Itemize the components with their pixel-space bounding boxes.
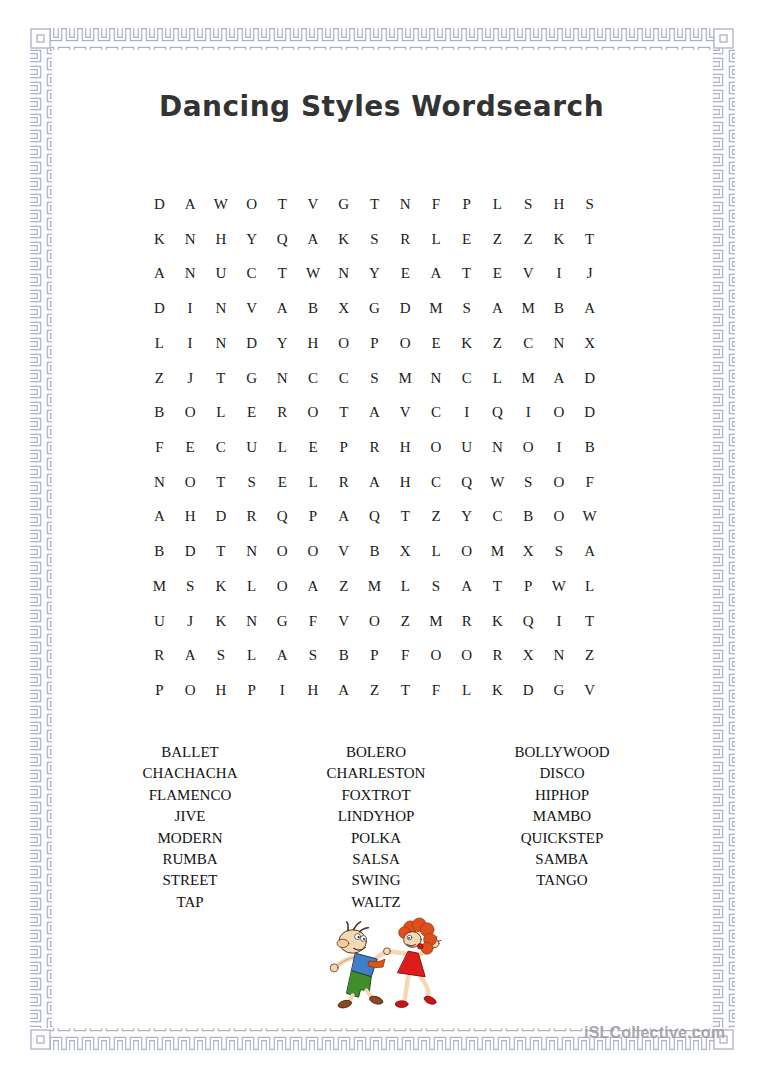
grid-cell-r10c9: T (390, 500, 421, 535)
grid-cell-r10c10: Z (421, 500, 452, 535)
grid-cell-r1c8: T (359, 187, 390, 222)
grid-cell-r8c3: C (205, 430, 236, 465)
grid-cell-r4c10: M (421, 291, 452, 326)
grid-cell-r7c5: R (267, 395, 298, 430)
grid-cell-r2c5: Q (267, 222, 298, 257)
grid-cell-r7c12: Q (482, 395, 513, 430)
grid-cell-r14c10: O (421, 639, 452, 674)
grid-cell-r15c2: O (175, 673, 206, 708)
grid-cell-r9c7: R (328, 465, 359, 500)
grid-cell-r6c6: C (298, 361, 329, 396)
word-item: JIVE (100, 806, 280, 827)
grid-cell-r12c11: A (451, 569, 482, 604)
word-item: BALLET (100, 742, 280, 763)
grid-cell-r9c13: S (513, 465, 544, 500)
grid-cell-r4c8: G (359, 291, 390, 326)
grid-cell-r2c4: Y (236, 222, 267, 257)
grid-cell-r6c13: M (513, 361, 544, 396)
word-list-column-3: BOLLYWOODDISCOHIPHOPMAMBOQUICKSTEPSAMBAT… (472, 742, 652, 892)
grid-cell-r8c12: N (482, 430, 513, 465)
grid-cell-r5c14: N (544, 326, 575, 361)
grid-cell-r12c14: W (544, 569, 575, 604)
grid-cell-r15c12: K (482, 673, 513, 708)
grid-cell-r13c4: N (236, 604, 267, 639)
grid-cell-r12c4: L (236, 569, 267, 604)
grid-cell-r1c9: N (390, 187, 421, 222)
grid-cell-r5c10: E (421, 326, 452, 361)
grid-cell-r13c12: K (482, 604, 513, 639)
grid-cell-r6c3: T (205, 361, 236, 396)
grid-cell-r3c14: I (544, 256, 575, 291)
grid-cell-r14c5: A (267, 639, 298, 674)
grid-cell-r13c15: T (574, 604, 605, 639)
grid-cell-r8c1: F (144, 430, 175, 465)
grid-cell-r11c3: T (205, 534, 236, 569)
grid-cell-r7c3: L (205, 395, 236, 430)
grid-cell-r6c9: M (390, 361, 421, 396)
grid-cell-r8c13: O (513, 430, 544, 465)
grid-cell-r13c11: R (451, 604, 482, 639)
grid-cell-r11c9: X (390, 534, 421, 569)
grid-cell-r11c5: O (267, 534, 298, 569)
grid-cell-r10c14: O (544, 500, 575, 535)
grid-cell-r9c8: A (359, 465, 390, 500)
grid-cell-r8c4: U (236, 430, 267, 465)
word-item: STREET (100, 870, 280, 891)
grid-cell-r7c15: D (574, 395, 605, 430)
grid-cell-r12c13: P (513, 569, 544, 604)
grid-cell-r3c10: A (421, 256, 452, 291)
grid-cell-r14c15: Z (574, 639, 605, 674)
grid-cell-r3c15: J (574, 256, 605, 291)
grid-cell-r1c15: S (574, 187, 605, 222)
grid-cell-r14c4: L (236, 639, 267, 674)
grid-cell-r3c6: W (298, 256, 329, 291)
word-item: BOLERO (286, 742, 466, 763)
grid-cell-r1c3: W (205, 187, 236, 222)
grid-cell-r13c14: I (544, 604, 575, 639)
grid-cell-r15c1: P (144, 673, 175, 708)
grid-cell-r10c4: R (236, 500, 267, 535)
grid-cell-r12c10: S (421, 569, 452, 604)
grid-cell-r9c15: F (574, 465, 605, 500)
grid-cell-r5c11: K (451, 326, 482, 361)
grid-cell-r5c8: P (359, 326, 390, 361)
grid-cell-r6c12: L (482, 361, 513, 396)
grid-cell-r10c7: A (328, 500, 359, 535)
grid-cell-r3c7: N (328, 256, 359, 291)
grid-cell-r2c9: R (390, 222, 421, 257)
grid-cell-r1c6: V (298, 187, 329, 222)
grid-cell-r10c6: P (298, 500, 329, 535)
grid-cell-r12c1: M (144, 569, 175, 604)
grid-cell-r14c8: P (359, 639, 390, 674)
grid-cell-r4c14: B (544, 291, 575, 326)
grid-cell-r11c12: M (482, 534, 513, 569)
grid-cell-r12c8: M (359, 569, 390, 604)
grid-cell-r13c2: J (175, 604, 206, 639)
grid-cell-r1c11: P (451, 187, 482, 222)
grid-cell-r15c3: H (205, 673, 236, 708)
word-item: TANGO (472, 870, 652, 891)
grid-cell-r8c6: E (298, 430, 329, 465)
grid-cell-r1c5: T (267, 187, 298, 222)
grid-cell-r10c11: Y (451, 500, 482, 535)
grid-cell-r11c11: O (451, 534, 482, 569)
grid-cell-r8c9: H (390, 430, 421, 465)
word-item: LINDYHOP (286, 806, 466, 827)
grid-cell-r14c14: N (544, 639, 575, 674)
grid-cell-r13c8: O (359, 604, 390, 639)
grid-cell-r4c3: N (205, 291, 236, 326)
grid-cell-r5c15: X (574, 326, 605, 361)
grid-cell-r12c7: Z (328, 569, 359, 604)
grid-cell-r14c2: A (175, 639, 206, 674)
page-title: Dancing Styles Wordsearch (0, 90, 763, 123)
grid-cell-r6c14: A (544, 361, 575, 396)
grid-cell-r4c4: V (236, 291, 267, 326)
grid-cell-r8c15: B (574, 430, 605, 465)
grid-cell-r15c4: P (236, 673, 267, 708)
grid-cell-r4c12: A (482, 291, 513, 326)
grid-cell-r15c13: D (513, 673, 544, 708)
grid-cell-r11c13: X (513, 534, 544, 569)
grid-cell-r9c10: C (421, 465, 452, 500)
grid-cell-r11c7: V (328, 534, 359, 569)
grid-cell-r10c2: H (175, 500, 206, 535)
grid-cell-r1c4: O (236, 187, 267, 222)
grid-cell-r5c3: N (205, 326, 236, 361)
grid-cell-r2c11: E (451, 222, 482, 257)
word-item: CHARLESTON (286, 763, 466, 784)
grid-cell-r1c1: D (144, 187, 175, 222)
grid-cell-r12c2: S (175, 569, 206, 604)
grid-cell-r7c7: T (328, 395, 359, 430)
word-item: DISCO (472, 763, 652, 784)
grid-cell-r11c15: A (574, 534, 605, 569)
grid-cell-r12c6: A (298, 569, 329, 604)
grid-cell-r1c12: L (482, 187, 513, 222)
grid-cell-r15c8: Z (359, 673, 390, 708)
grid-cell-r6c1: Z (144, 361, 175, 396)
grid-cell-r15c6: H (298, 673, 329, 708)
grid-cell-r4c6: B (298, 291, 329, 326)
grid-cell-r5c13: C (513, 326, 544, 361)
grid-cell-r14c13: X (513, 639, 544, 674)
grid-cell-r7c6: O (298, 395, 329, 430)
grid-cell-r3c2: N (175, 256, 206, 291)
grid-cell-r10c8: Q (359, 500, 390, 535)
grid-cell-r5c1: L (144, 326, 175, 361)
grid-cell-r13c13: Q (513, 604, 544, 639)
dancing-couple-illustration (326, 916, 444, 1010)
grid-cell-r9c14: O (544, 465, 575, 500)
grid-cell-r15c14: G (544, 673, 575, 708)
grid-cell-r7c9: V (390, 395, 421, 430)
word-list-column-1: BALLETCHACHACHAFLAMENCOJIVEMODERNRUMBAST… (100, 742, 280, 913)
grid-cell-r11c1: B (144, 534, 175, 569)
grid-cell-r8c14: I (544, 430, 575, 465)
grid-cell-r2c6: A (298, 222, 329, 257)
grid-cell-r4c9: D (390, 291, 421, 326)
grid-cell-r3c9: E (390, 256, 421, 291)
grid-cell-r10c12: C (482, 500, 513, 535)
grid-cell-r11c10: L (421, 534, 452, 569)
grid-cell-r7c14: O (544, 395, 575, 430)
grid-cell-r5c12: Z (482, 326, 513, 361)
word-item: POLKA (286, 828, 466, 849)
word-item: QUICKSTEP (472, 828, 652, 849)
grid-cell-r6c10: N (421, 361, 452, 396)
grid-cell-r10c13: B (513, 500, 544, 535)
grid-cell-r6c15: D (574, 361, 605, 396)
grid-cell-r15c11: L (451, 673, 482, 708)
grid-cell-r10c1: A (144, 500, 175, 535)
grid-cell-r5c6: H (298, 326, 329, 361)
grid-cell-r13c6: F (298, 604, 329, 639)
wordsearch-grid: DAWOTVGTNFPLSHSKNHYQAKSRLEZZKTANUCTWNYEA… (144, 187, 605, 708)
grid-cell-r8c10: O (421, 430, 452, 465)
grid-cell-r3c8: Y (359, 256, 390, 291)
grid-cell-r8c7: P (328, 430, 359, 465)
grid-cell-r14c3: S (205, 639, 236, 674)
grid-cell-r2c8: S (359, 222, 390, 257)
grid-cell-r5c9: O (390, 326, 421, 361)
grid-cell-r12c3: K (205, 569, 236, 604)
grid-cell-r9c12: W (482, 465, 513, 500)
grid-cell-r10c5: Q (267, 500, 298, 535)
grid-cell-r15c15: V (574, 673, 605, 708)
grid-cell-r2c15: T (574, 222, 605, 257)
grid-cell-r9c2: O (175, 465, 206, 500)
grid-cell-r9c4: S (236, 465, 267, 500)
grid-cell-r12c5: O (267, 569, 298, 604)
word-item: SALSA (286, 849, 466, 870)
word-list-column-2: BOLEROCHARLESTONFOXTROTLINDYHOPPOLKASALS… (286, 742, 466, 913)
grid-cell-r15c7: A (328, 673, 359, 708)
grid-cell-r13c7: V (328, 604, 359, 639)
worksheet-page: Dancing Styles Wordsearch DAWOTVGTNFPLSH… (0, 0, 763, 1079)
grid-cell-r2c13: Z (513, 222, 544, 257)
grid-cell-r9c9: H (390, 465, 421, 500)
grid-cell-r14c6: S (298, 639, 329, 674)
word-item: TAP (100, 892, 280, 913)
grid-cell-r3c3: U (205, 256, 236, 291)
grid-cell-r13c5: G (267, 604, 298, 639)
word-item: SAMBA (472, 849, 652, 870)
grid-cell-r8c2: E (175, 430, 206, 465)
grid-cell-r13c3: K (205, 604, 236, 639)
word-item: HIPHOP (472, 785, 652, 806)
grid-cell-r9c1: N (144, 465, 175, 500)
grid-cell-r5c2: I (175, 326, 206, 361)
grid-cell-r4c7: X (328, 291, 359, 326)
grid-cell-r1c2: A (175, 187, 206, 222)
grid-cell-r6c2: J (175, 361, 206, 396)
grid-cell-r12c15: L (574, 569, 605, 604)
grid-cell-r14c11: O (451, 639, 482, 674)
grid-cell-r2c12: Z (482, 222, 513, 257)
grid-cell-r11c14: S (544, 534, 575, 569)
grid-cell-r4c13: M (513, 291, 544, 326)
grid-cell-r5c7: O (328, 326, 359, 361)
grid-cell-r9c5: E (267, 465, 298, 500)
grid-cell-r12c12: T (482, 569, 513, 604)
grid-cell-r14c9: F (390, 639, 421, 674)
grid-cell-r8c5: L (267, 430, 298, 465)
grid-cell-r1c10: F (421, 187, 452, 222)
grid-cell-r3c12: E (482, 256, 513, 291)
watermark-text: iSLCollective.com (584, 1024, 725, 1042)
grid-cell-r1c14: H (544, 187, 575, 222)
grid-cell-r4c2: I (175, 291, 206, 326)
grid-cell-r1c13: S (513, 187, 544, 222)
word-item: BOLLYWOOD (472, 742, 652, 763)
grid-cell-r2c3: H (205, 222, 236, 257)
word-item: FLAMENCO (100, 785, 280, 806)
grid-cell-r9c6: L (298, 465, 329, 500)
grid-cell-r15c5: I (267, 673, 298, 708)
word-item: MODERN (100, 828, 280, 849)
grid-cell-r7c8: A (359, 395, 390, 430)
grid-cell-r3c13: V (513, 256, 544, 291)
grid-cell-r6c11: C (451, 361, 482, 396)
grid-cell-r7c11: I (451, 395, 482, 430)
grid-cell-r14c12: R (482, 639, 513, 674)
grid-cell-r14c7: B (328, 639, 359, 674)
grid-cell-r4c15: A (574, 291, 605, 326)
grid-cell-r7c13: I (513, 395, 544, 430)
word-item: RUMBA (100, 849, 280, 870)
grid-cell-r10c15: W (574, 500, 605, 535)
word-item: MAMBO (472, 806, 652, 827)
grid-cell-r10c3: D (205, 500, 236, 535)
grid-cell-r11c4: N (236, 534, 267, 569)
grid-cell-r13c1: U (144, 604, 175, 639)
grid-cell-r2c14: K (544, 222, 575, 257)
grid-cell-r3c11: T (451, 256, 482, 291)
grid-cell-r15c9: T (390, 673, 421, 708)
grid-cell-r7c2: O (175, 395, 206, 430)
grid-cell-r11c6: O (298, 534, 329, 569)
grid-cell-r1c7: G (328, 187, 359, 222)
grid-cell-r12c9: L (390, 569, 421, 604)
grid-cell-r2c2: N (175, 222, 206, 257)
grid-cell-r6c4: G (236, 361, 267, 396)
grid-cell-r7c4: E (236, 395, 267, 430)
grid-cell-r3c4: C (236, 256, 267, 291)
grid-cell-r2c7: K (328, 222, 359, 257)
grid-cell-r3c1: A (144, 256, 175, 291)
word-item: CHACHACHA (100, 763, 280, 784)
grid-cell-r8c11: U (451, 430, 482, 465)
grid-cell-r13c10: M (421, 604, 452, 639)
grid-cell-r7c10: C (421, 395, 452, 430)
grid-cell-r6c8: S (359, 361, 390, 396)
grid-cell-r9c11: Q (451, 465, 482, 500)
grid-cell-r5c4: D (236, 326, 267, 361)
grid-cell-r11c8: B (359, 534, 390, 569)
grid-cell-r5c5: Y (267, 326, 298, 361)
word-item: WALTZ (286, 892, 466, 913)
grid-cell-r13c9: Z (390, 604, 421, 639)
grid-cell-r3c5: T (267, 256, 298, 291)
grid-cell-r4c5: A (267, 291, 298, 326)
grid-cell-r4c11: S (451, 291, 482, 326)
grid-cell-r14c1: R (144, 639, 175, 674)
word-item: FOXTROT (286, 785, 466, 806)
grid-cell-r11c2: D (175, 534, 206, 569)
grid-cell-r7c1: B (144, 395, 175, 430)
grid-cell-r4c1: D (144, 291, 175, 326)
grid-cell-r9c3: T (205, 465, 236, 500)
grid-cell-r6c5: N (267, 361, 298, 396)
grid-cell-r2c10: L (421, 222, 452, 257)
grid-cell-r8c8: R (359, 430, 390, 465)
grid-cell-r2c1: K (144, 222, 175, 257)
grid-cell-r15c10: F (421, 673, 452, 708)
grid-cell-r6c7: C (328, 361, 359, 396)
word-item: SWING (286, 870, 466, 891)
